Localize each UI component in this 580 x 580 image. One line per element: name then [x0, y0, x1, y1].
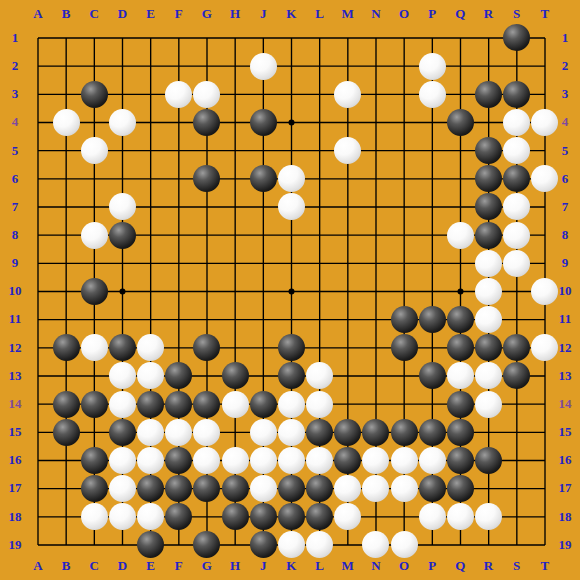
intersection-J17[interactable]: [249, 474, 277, 502]
intersection-H5[interactable]: [221, 137, 249, 165]
intersection-H2[interactable]: [221, 52, 249, 80]
intersection-D12[interactable]: [108, 334, 136, 362]
intersection-N13[interactable]: [362, 362, 390, 390]
intersection-C7[interactable]: [80, 193, 108, 221]
intersection-S1[interactable]: [503, 24, 531, 52]
intersection-L19[interactable]: [305, 531, 333, 559]
intersection-N14[interactable]: [362, 390, 390, 418]
intersection-M14[interactable]: [334, 390, 362, 418]
intersection-J1[interactable]: [249, 24, 277, 52]
intersection-H14[interactable]: [221, 390, 249, 418]
intersection-F14[interactable]: [165, 390, 193, 418]
intersection-O2[interactable]: [390, 52, 418, 80]
intersection-B9[interactable]: [52, 249, 80, 277]
intersection-D5[interactable]: [108, 137, 136, 165]
intersection-E6[interactable]: [137, 165, 165, 193]
intersection-R12[interactable]: [474, 334, 502, 362]
intersection-O16[interactable]: [390, 446, 418, 474]
intersection-R16[interactable]: [474, 446, 502, 474]
intersection-R14[interactable]: [474, 390, 502, 418]
intersection-M13[interactable]: [334, 362, 362, 390]
intersection-L5[interactable]: [305, 137, 333, 165]
intersection-J6[interactable]: [249, 165, 277, 193]
intersection-E9[interactable]: [137, 249, 165, 277]
intersection-N9[interactable]: [362, 249, 390, 277]
intersection-L10[interactable]: [305, 277, 333, 305]
intersection-E18[interactable]: [137, 503, 165, 531]
intersection-H13[interactable]: [221, 362, 249, 390]
intersection-H7[interactable]: [221, 193, 249, 221]
intersection-N12[interactable]: [362, 334, 390, 362]
intersection-D13[interactable]: [108, 362, 136, 390]
intersection-H4[interactable]: [221, 108, 249, 136]
intersection-N4[interactable]: [362, 108, 390, 136]
intersection-M6[interactable]: [334, 165, 362, 193]
intersection-O9[interactable]: [390, 249, 418, 277]
intersection-C9[interactable]: [80, 249, 108, 277]
intersection-P5[interactable]: [418, 137, 446, 165]
intersection-J19[interactable]: [249, 531, 277, 559]
intersection-J8[interactable]: [249, 221, 277, 249]
intersection-D16[interactable]: [108, 446, 136, 474]
intersection-M1[interactable]: [334, 24, 362, 52]
intersection-B11[interactable]: [52, 305, 80, 333]
intersection-E5[interactable]: [137, 137, 165, 165]
intersection-Q9[interactable]: [446, 249, 474, 277]
intersection-B5[interactable]: [52, 137, 80, 165]
intersection-J9[interactable]: [249, 249, 277, 277]
intersection-N15[interactable]: [362, 418, 390, 446]
intersection-O1[interactable]: [390, 24, 418, 52]
intersection-R13[interactable]: [474, 362, 502, 390]
intersection-C5[interactable]: [80, 137, 108, 165]
intersection-C16[interactable]: [80, 446, 108, 474]
intersection-O13[interactable]: [390, 362, 418, 390]
intersection-E3[interactable]: [137, 80, 165, 108]
intersection-F15[interactable]: [165, 418, 193, 446]
intersection-L16[interactable]: [305, 446, 333, 474]
intersection-F4[interactable]: [165, 108, 193, 136]
intersection-C2[interactable]: [80, 52, 108, 80]
intersection-J3[interactable]: [249, 80, 277, 108]
intersection-E14[interactable]: [137, 390, 165, 418]
intersection-N6[interactable]: [362, 165, 390, 193]
intersection-Q5[interactable]: [446, 137, 474, 165]
intersection-C13[interactable]: [80, 362, 108, 390]
intersection-L6[interactable]: [305, 165, 333, 193]
intersection-S4[interactable]: [503, 108, 531, 136]
intersection-O7[interactable]: [390, 193, 418, 221]
intersection-J4[interactable]: [249, 108, 277, 136]
intersection-B10[interactable]: [52, 277, 80, 305]
intersection-P19[interactable]: [418, 531, 446, 559]
intersection-H16[interactable]: [221, 446, 249, 474]
intersection-B3[interactable]: [52, 80, 80, 108]
intersection-N3[interactable]: [362, 80, 390, 108]
intersection-J13[interactable]: [249, 362, 277, 390]
intersection-B18[interactable]: [52, 503, 80, 531]
intersection-R8[interactable]: [474, 221, 502, 249]
intersection-C3[interactable]: [80, 80, 108, 108]
intersection-P17[interactable]: [418, 474, 446, 502]
intersection-C10[interactable]: [80, 277, 108, 305]
intersection-O5[interactable]: [390, 137, 418, 165]
intersection-C4[interactable]: [80, 108, 108, 136]
stones-grid[interactable]: [24, 24, 559, 559]
intersection-O4[interactable]: [390, 108, 418, 136]
intersection-M3[interactable]: [334, 80, 362, 108]
intersection-D4[interactable]: [108, 108, 136, 136]
intersection-C1[interactable]: [80, 24, 108, 52]
intersection-F8[interactable]: [165, 221, 193, 249]
intersection-K11[interactable]: [277, 305, 305, 333]
intersection-K17[interactable]: [277, 474, 305, 502]
intersection-S2[interactable]: [503, 52, 531, 80]
intersection-S13[interactable]: [503, 362, 531, 390]
intersection-M18[interactable]: [334, 503, 362, 531]
intersection-M12[interactable]: [334, 334, 362, 362]
intersection-R17[interactable]: [474, 474, 502, 502]
intersection-E10[interactable]: [137, 277, 165, 305]
intersection-L18[interactable]: [305, 503, 333, 531]
intersection-N16[interactable]: [362, 446, 390, 474]
intersection-L4[interactable]: [305, 108, 333, 136]
intersection-K19[interactable]: [277, 531, 305, 559]
intersection-M7[interactable]: [334, 193, 362, 221]
intersection-B7[interactable]: [52, 193, 80, 221]
intersection-K1[interactable]: [277, 24, 305, 52]
intersection-S7[interactable]: [503, 193, 531, 221]
intersection-C17[interactable]: [80, 474, 108, 502]
intersection-M9[interactable]: [334, 249, 362, 277]
intersection-C15[interactable]: [80, 418, 108, 446]
intersection-E7[interactable]: [137, 193, 165, 221]
intersection-J16[interactable]: [249, 446, 277, 474]
intersection-C11[interactable]: [80, 305, 108, 333]
intersection-B14[interactable]: [52, 390, 80, 418]
intersection-K3[interactable]: [277, 80, 305, 108]
intersection-S6[interactable]: [503, 165, 531, 193]
intersection-E16[interactable]: [137, 446, 165, 474]
intersection-K7[interactable]: [277, 193, 305, 221]
intersection-E19[interactable]: [137, 531, 165, 559]
intersection-K8[interactable]: [277, 221, 305, 249]
intersection-D3[interactable]: [108, 80, 136, 108]
intersection-K18[interactable]: [277, 503, 305, 531]
intersection-S10[interactable]: [503, 277, 531, 305]
intersection-S11[interactable]: [503, 305, 531, 333]
intersection-H9[interactable]: [221, 249, 249, 277]
intersection-F10[interactable]: [165, 277, 193, 305]
intersection-Q18[interactable]: [446, 503, 474, 531]
intersection-B13[interactable]: [52, 362, 80, 390]
intersection-H12[interactable]: [221, 334, 249, 362]
intersection-M11[interactable]: [334, 305, 362, 333]
intersection-N2[interactable]: [362, 52, 390, 80]
intersection-N1[interactable]: [362, 24, 390, 52]
intersection-J14[interactable]: [249, 390, 277, 418]
intersection-M8[interactable]: [334, 221, 362, 249]
intersection-Q8[interactable]: [446, 221, 474, 249]
intersection-G12[interactable]: [193, 334, 221, 362]
intersection-F12[interactable]: [165, 334, 193, 362]
intersection-M2[interactable]: [334, 52, 362, 80]
intersection-E1[interactable]: [137, 24, 165, 52]
intersection-H10[interactable]: [221, 277, 249, 305]
intersection-B1[interactable]: [52, 24, 80, 52]
intersection-N8[interactable]: [362, 221, 390, 249]
intersection-K6[interactable]: [277, 165, 305, 193]
intersection-Q1[interactable]: [446, 24, 474, 52]
intersection-P4[interactable]: [418, 108, 446, 136]
intersection-R2[interactable]: [474, 52, 502, 80]
intersection-J15[interactable]: [249, 418, 277, 446]
intersection-B6[interactable]: [52, 165, 80, 193]
intersection-M4[interactable]: [334, 108, 362, 136]
intersection-K4[interactable]: [277, 108, 305, 136]
intersection-O8[interactable]: [390, 221, 418, 249]
intersection-L2[interactable]: [305, 52, 333, 80]
intersection-L1[interactable]: [305, 24, 333, 52]
intersection-F19[interactable]: [165, 531, 193, 559]
intersection-Q17[interactable]: [446, 474, 474, 502]
intersection-K12[interactable]: [277, 334, 305, 362]
intersection-R11[interactable]: [474, 305, 502, 333]
intersection-D14[interactable]: [108, 390, 136, 418]
intersection-Q14[interactable]: [446, 390, 474, 418]
intersection-P8[interactable]: [418, 221, 446, 249]
intersection-O12[interactable]: [390, 334, 418, 362]
intersection-H15[interactable]: [221, 418, 249, 446]
intersection-G13[interactable]: [193, 362, 221, 390]
intersection-D15[interactable]: [108, 418, 136, 446]
intersection-G14[interactable]: [193, 390, 221, 418]
intersection-F6[interactable]: [165, 165, 193, 193]
intersection-B19[interactable]: [52, 531, 80, 559]
intersection-D18[interactable]: [108, 503, 136, 531]
intersection-N5[interactable]: [362, 137, 390, 165]
intersection-R7[interactable]: [474, 193, 502, 221]
intersection-M15[interactable]: [334, 418, 362, 446]
intersection-Q15[interactable]: [446, 418, 474, 446]
intersection-F17[interactable]: [165, 474, 193, 502]
intersection-B12[interactable]: [52, 334, 80, 362]
intersection-D11[interactable]: [108, 305, 136, 333]
intersection-F1[interactable]: [165, 24, 193, 52]
intersection-P12[interactable]: [418, 334, 446, 362]
intersection-G3[interactable]: [193, 80, 221, 108]
intersection-M19[interactable]: [334, 531, 362, 559]
intersection-O19[interactable]: [390, 531, 418, 559]
intersection-F13[interactable]: [165, 362, 193, 390]
intersection-G18[interactable]: [193, 503, 221, 531]
intersection-B17[interactable]: [52, 474, 80, 502]
intersection-F5[interactable]: [165, 137, 193, 165]
intersection-D17[interactable]: [108, 474, 136, 502]
intersection-P11[interactable]: [418, 305, 446, 333]
intersection-P9[interactable]: [418, 249, 446, 277]
intersection-R9[interactable]: [474, 249, 502, 277]
intersection-Q11[interactable]: [446, 305, 474, 333]
intersection-N17[interactable]: [362, 474, 390, 502]
intersection-N7[interactable]: [362, 193, 390, 221]
intersection-O15[interactable]: [390, 418, 418, 446]
intersection-C19[interactable]: [80, 531, 108, 559]
intersection-R15[interactable]: [474, 418, 502, 446]
intersection-G2[interactable]: [193, 52, 221, 80]
intersection-C12[interactable]: [80, 334, 108, 362]
intersection-B4[interactable]: [52, 108, 80, 136]
intersection-N11[interactable]: [362, 305, 390, 333]
intersection-G19[interactable]: [193, 531, 221, 559]
intersection-B15[interactable]: [52, 418, 80, 446]
intersection-S9[interactable]: [503, 249, 531, 277]
intersection-K15[interactable]: [277, 418, 305, 446]
intersection-J18[interactable]: [249, 503, 277, 531]
intersection-G9[interactable]: [193, 249, 221, 277]
intersection-E4[interactable]: [137, 108, 165, 136]
intersection-D1[interactable]: [108, 24, 136, 52]
intersection-O14[interactable]: [390, 390, 418, 418]
intersection-B16[interactable]: [52, 446, 80, 474]
intersection-P3[interactable]: [418, 80, 446, 108]
intersection-Q3[interactable]: [446, 80, 474, 108]
intersection-S18[interactable]: [503, 503, 531, 531]
intersection-M5[interactable]: [334, 137, 362, 165]
intersection-J10[interactable]: [249, 277, 277, 305]
intersection-Q10[interactable]: [446, 277, 474, 305]
intersection-L3[interactable]: [305, 80, 333, 108]
intersection-S3[interactable]: [503, 80, 531, 108]
intersection-Q6[interactable]: [446, 165, 474, 193]
intersection-Q13[interactable]: [446, 362, 474, 390]
intersection-S16[interactable]: [503, 446, 531, 474]
intersection-S19[interactable]: [503, 531, 531, 559]
intersection-P14[interactable]: [418, 390, 446, 418]
intersection-H1[interactable]: [221, 24, 249, 52]
intersection-G10[interactable]: [193, 277, 221, 305]
intersection-L14[interactable]: [305, 390, 333, 418]
intersection-H8[interactable]: [221, 221, 249, 249]
intersection-G8[interactable]: [193, 221, 221, 249]
intersection-Q12[interactable]: [446, 334, 474, 362]
intersection-F18[interactable]: [165, 503, 193, 531]
intersection-F3[interactable]: [165, 80, 193, 108]
intersection-H19[interactable]: [221, 531, 249, 559]
intersection-D6[interactable]: [108, 165, 136, 193]
intersection-K10[interactable]: [277, 277, 305, 305]
intersection-G6[interactable]: [193, 165, 221, 193]
intersection-P18[interactable]: [418, 503, 446, 531]
intersection-K14[interactable]: [277, 390, 305, 418]
intersection-L11[interactable]: [305, 305, 333, 333]
intersection-E11[interactable]: [137, 305, 165, 333]
intersection-C14[interactable]: [80, 390, 108, 418]
intersection-D8[interactable]: [108, 221, 136, 249]
intersection-R10[interactable]: [474, 277, 502, 305]
intersection-L7[interactable]: [305, 193, 333, 221]
intersection-E12[interactable]: [137, 334, 165, 362]
intersection-O17[interactable]: [390, 474, 418, 502]
intersection-H6[interactable]: [221, 165, 249, 193]
intersection-C8[interactable]: [80, 221, 108, 249]
intersection-P16[interactable]: [418, 446, 446, 474]
intersection-O10[interactable]: [390, 277, 418, 305]
intersection-R5[interactable]: [474, 137, 502, 165]
intersection-F11[interactable]: [165, 305, 193, 333]
intersection-K13[interactable]: [277, 362, 305, 390]
intersection-L13[interactable]: [305, 362, 333, 390]
intersection-N19[interactable]: [362, 531, 390, 559]
intersection-D7[interactable]: [108, 193, 136, 221]
intersection-L12[interactable]: [305, 334, 333, 362]
intersection-H11[interactable]: [221, 305, 249, 333]
intersection-N18[interactable]: [362, 503, 390, 531]
intersection-G11[interactable]: [193, 305, 221, 333]
intersection-P7[interactable]: [418, 193, 446, 221]
intersection-F16[interactable]: [165, 446, 193, 474]
intersection-E15[interactable]: [137, 418, 165, 446]
intersection-G1[interactable]: [193, 24, 221, 52]
intersection-P1[interactable]: [418, 24, 446, 52]
intersection-L9[interactable]: [305, 249, 333, 277]
intersection-M16[interactable]: [334, 446, 362, 474]
intersection-H17[interactable]: [221, 474, 249, 502]
intersection-E8[interactable]: [137, 221, 165, 249]
intersection-G7[interactable]: [193, 193, 221, 221]
intersection-R6[interactable]: [474, 165, 502, 193]
intersection-G5[interactable]: [193, 137, 221, 165]
intersection-M10[interactable]: [334, 277, 362, 305]
intersection-Q16[interactable]: [446, 446, 474, 474]
intersection-E13[interactable]: [137, 362, 165, 390]
intersection-R3[interactable]: [474, 80, 502, 108]
intersection-G4[interactable]: [193, 108, 221, 136]
intersection-H18[interactable]: [221, 503, 249, 531]
intersection-N10[interactable]: [362, 277, 390, 305]
intersection-R19[interactable]: [474, 531, 502, 559]
intersection-P15[interactable]: [418, 418, 446, 446]
intersection-E17[interactable]: [137, 474, 165, 502]
intersection-S17[interactable]: [503, 474, 531, 502]
intersection-G15[interactable]: [193, 418, 221, 446]
intersection-L15[interactable]: [305, 418, 333, 446]
intersection-E2[interactable]: [137, 52, 165, 80]
intersection-P6[interactable]: [418, 165, 446, 193]
intersection-Q19[interactable]: [446, 531, 474, 559]
intersection-P10[interactable]: [418, 277, 446, 305]
intersection-C6[interactable]: [80, 165, 108, 193]
intersection-L8[interactable]: [305, 221, 333, 249]
intersection-K16[interactable]: [277, 446, 305, 474]
intersection-R4[interactable]: [474, 108, 502, 136]
intersection-P2[interactable]: [418, 52, 446, 80]
intersection-P13[interactable]: [418, 362, 446, 390]
intersection-B8[interactable]: [52, 221, 80, 249]
intersection-D10[interactable]: [108, 277, 136, 305]
intersection-R1[interactable]: [474, 24, 502, 52]
intersection-D19[interactable]: [108, 531, 136, 559]
intersection-S15[interactable]: [503, 418, 531, 446]
intersection-O11[interactable]: [390, 305, 418, 333]
intersection-S5[interactable]: [503, 137, 531, 165]
intersection-S14[interactable]: [503, 390, 531, 418]
intersection-S8[interactable]: [503, 221, 531, 249]
intersection-M17[interactable]: [334, 474, 362, 502]
intersection-J2[interactable]: [249, 52, 277, 80]
intersection-J12[interactable]: [249, 334, 277, 362]
intersection-S12[interactable]: [503, 334, 531, 362]
